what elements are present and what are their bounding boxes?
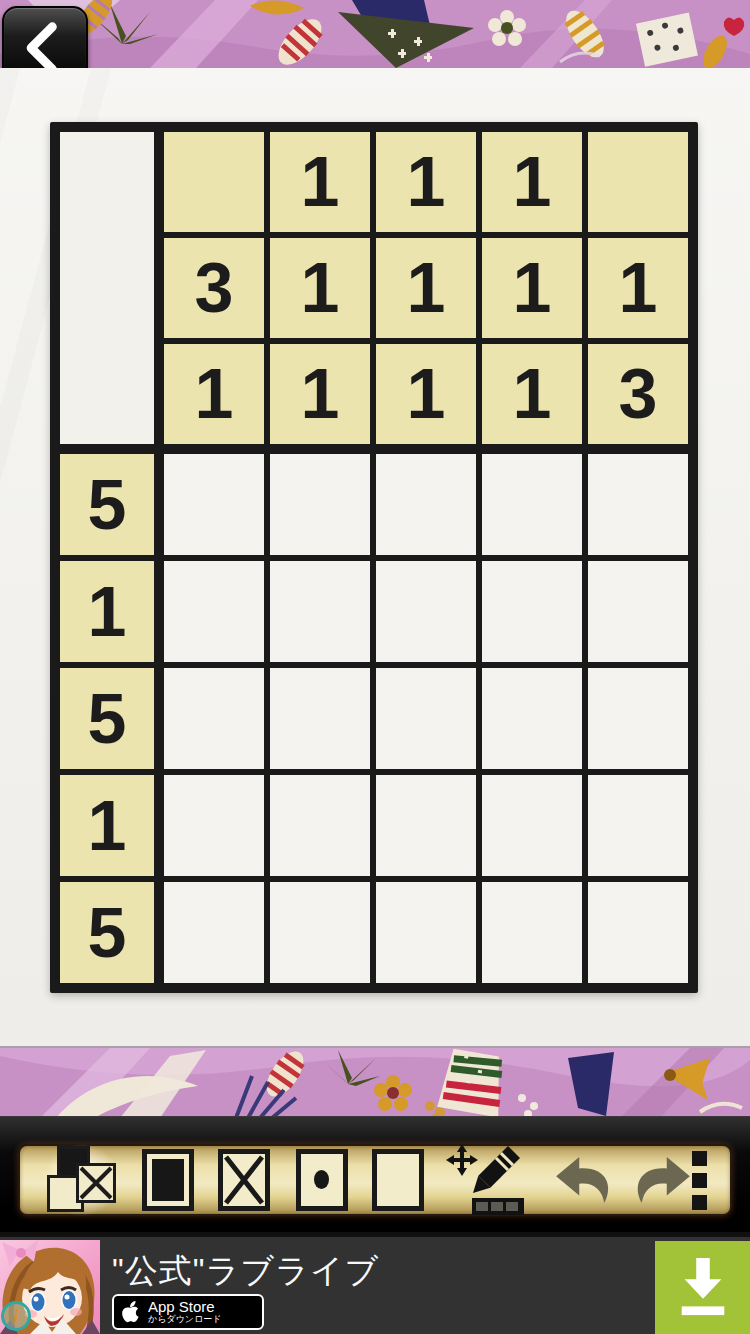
row-clue-r3: 5 (60, 668, 154, 769)
col-clue-c1-r3: 1 (164, 344, 264, 444)
menu-dots-icon (692, 1151, 707, 1166)
col-clue-c4-r3: 1 (482, 344, 582, 444)
row-clue-r5: 5 (60, 882, 154, 983)
board-corner-cell (60, 132, 154, 444)
grid-cell-r5c5[interactable] (588, 882, 688, 983)
col-clue-c4-r2: 1 (482, 238, 582, 338)
col-clue-c2-r1: 1 (270, 132, 370, 232)
mark-x-icon (218, 1149, 270, 1211)
undo-icon (554, 1155, 616, 1205)
grid-cell-r2c1[interactable] (164, 561, 264, 662)
col-clue-c1-r2: 3 (164, 238, 264, 338)
col-clue-c5-r1 (588, 132, 688, 232)
ad-banner[interactable]: i "公式"ラブライブ App Store からダウンロード (0, 1232, 750, 1334)
ad-title[interactable]: "公式"ラブライブ (112, 1249, 379, 1294)
col-clue-c3-r3: 1 (376, 344, 476, 444)
grid-cell-r1c3[interactable] (376, 454, 476, 555)
paper-background: 311111111111351515 (0, 68, 750, 1046)
tool-fill-black-button[interactable] (142, 1149, 194, 1211)
redo-icon (630, 1155, 692, 1205)
ad-download-button[interactable] (655, 1241, 750, 1334)
app-store-badge-text: App Store からダウンロード (148, 1299, 221, 1324)
ad-info-icon[interactable]: i (1, 1301, 31, 1331)
grid-cell-r1c4[interactable] (482, 454, 582, 555)
row-clue-r1: 5 (60, 454, 154, 555)
tool-mark-x-button[interactable] (218, 1149, 270, 1211)
washi-border-top (0, 0, 750, 68)
fill-black-icon (142, 1149, 194, 1211)
col-clue-c3-r1: 1 (376, 132, 476, 232)
row-clue-r2: 1 (60, 561, 154, 662)
washi-top-pattern (0, 0, 750, 68)
grid-cell-r2c4[interactable] (482, 561, 582, 662)
auto-pencil-icon (446, 1144, 530, 1216)
grid-cell-r3c5[interactable] (588, 668, 688, 769)
grid-cell-r2c2[interactable] (270, 561, 370, 662)
grid-cell-r4c1[interactable] (164, 775, 264, 876)
grid-cell-r3c4[interactable] (482, 668, 582, 769)
grid-cell-r4c3[interactable] (376, 775, 476, 876)
tool-auto-pencil-button[interactable] (446, 1144, 530, 1216)
grid-cell-r2c5[interactable] (588, 561, 688, 662)
grid-cell-r1c5[interactable] (588, 454, 688, 555)
toggle-marks-icon (44, 1144, 120, 1216)
col-clue-c5-r3: 3 (588, 344, 688, 444)
col-clue-c2-r2: 1 (270, 238, 370, 338)
erase-empty-icon (372, 1149, 424, 1211)
grid-cell-r4c2[interactable] (270, 775, 370, 876)
tool-erase-button[interactable] (372, 1149, 424, 1211)
toolbar-gold-bar (18, 1144, 732, 1216)
grid-cell-r5c2[interactable] (270, 882, 370, 983)
col-clue-c5-r2: 1 (588, 238, 688, 338)
grid-cell-r4c5[interactable] (588, 775, 688, 876)
col-clue-c2-r3: 1 (270, 344, 370, 444)
redo-button[interactable] (630, 1155, 692, 1205)
menu-button[interactable] (692, 1151, 707, 1210)
grid-cell-r5c4[interactable] (482, 882, 582, 983)
tool-toggle-marks-button[interactable] (44, 1144, 120, 1216)
mark-dot-icon (296, 1149, 348, 1211)
apple-logo-icon (122, 1301, 141, 1324)
grid-cell-r5c1[interactable] (164, 882, 264, 983)
grid-cell-r3c1[interactable] (164, 668, 264, 769)
toolbar (0, 1116, 750, 1233)
grid-cell-r3c2[interactable] (270, 668, 370, 769)
col-clue-c3-r2: 1 (376, 238, 476, 338)
app-screen: 311111111111351515 (0, 0, 750, 1334)
grid-cell-r1c2[interactable] (270, 454, 370, 555)
washi-bottom-pattern (0, 1048, 750, 1118)
col-clue-c4-r1: 1 (482, 132, 582, 232)
download-icon (678, 1258, 728, 1318)
grid-cell-r3c3[interactable] (376, 668, 476, 769)
washi-border-bottom (0, 1046, 750, 1118)
app-store-badge[interactable]: App Store からダウンロード (112, 1294, 264, 1330)
undo-button[interactable] (554, 1155, 616, 1205)
grid-cell-r1c1[interactable] (164, 454, 264, 555)
grid-cell-r4c4[interactable] (482, 775, 582, 876)
col-clue-c1-r1 (164, 132, 264, 232)
grid-cell-r2c3[interactable] (376, 561, 476, 662)
row-clue-r4: 1 (60, 775, 154, 876)
nonogram-board: 311111111111351515 (50, 122, 698, 993)
tool-mark-dot-button[interactable] (296, 1149, 348, 1211)
grid-cell-r5c3[interactable] (376, 882, 476, 983)
